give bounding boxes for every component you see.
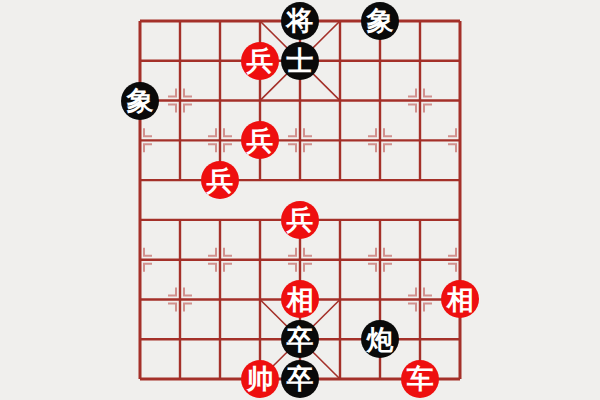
piece-black-elephant[interactable]: 象 xyxy=(121,82,159,120)
piece-black-cannon[interactable]: 炮 xyxy=(361,320,399,358)
piece-black-advisor[interactable]: 士 xyxy=(281,42,319,80)
piece-black-elephant[interactable]: 象 xyxy=(361,2,399,40)
piece-red-general[interactable]: 帅 xyxy=(241,360,279,398)
piece-black-general[interactable]: 将 xyxy=(281,2,319,40)
piece-red-soldier[interactable]: 兵 xyxy=(201,161,239,199)
piece-red-soldier[interactable]: 兵 xyxy=(281,201,319,239)
piece-red-soldier[interactable]: 兵 xyxy=(241,42,279,80)
piece-black-soldier[interactable]: 卒 xyxy=(281,360,319,398)
piece-red-soldier[interactable]: 兵 xyxy=(241,121,279,159)
xiangqi-diagram: 将象兵士象兵兵兵相相卒炮帅卒车 xyxy=(0,0,600,400)
piece-red-elephant[interactable]: 相 xyxy=(441,280,479,318)
piece-red-elephant[interactable]: 相 xyxy=(281,280,319,318)
piece-red-chariot[interactable]: 车 xyxy=(401,360,439,398)
xiangqi-board: 将象兵士象兵兵兵相相卒炮帅卒车 xyxy=(120,1,480,399)
piece-black-soldier[interactable]: 卒 xyxy=(281,320,319,358)
